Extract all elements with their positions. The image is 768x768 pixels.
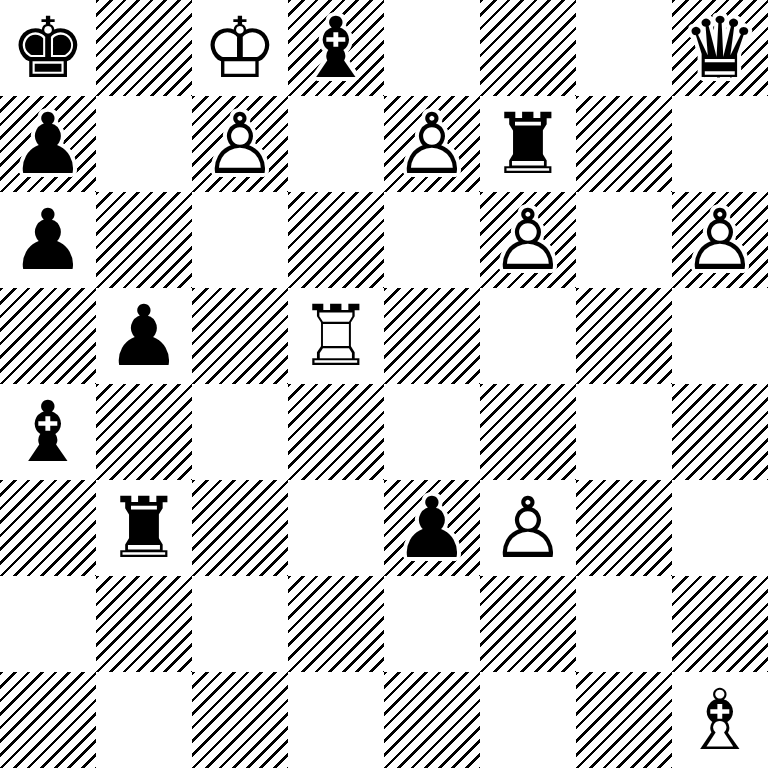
square-f2[interactable] bbox=[480, 576, 576, 672]
square-d5[interactable]: ♜♖ bbox=[288, 288, 384, 384]
piece-white-bishop[interactable]: ♝♗ bbox=[672, 672, 768, 768]
square-d2[interactable] bbox=[288, 576, 384, 672]
piece-glyph: ♙ bbox=[192, 96, 288, 192]
square-b5[interactable]: ♟♟ bbox=[96, 288, 192, 384]
piece-black-pawn[interactable]: ♟♟ bbox=[0, 96, 96, 192]
square-c8[interactable]: ♚♔ bbox=[192, 0, 288, 96]
square-e7[interactable]: ♟♙ bbox=[384, 96, 480, 192]
chess-board: ♚♚♚♔♝♝♛♛♟♟♟♙♟♙♜♜♟♟♟♙♟♙♟♟♜♖♝♝♜♜♟♟♟♙♝♗ bbox=[0, 0, 768, 768]
square-c2[interactable] bbox=[192, 576, 288, 672]
piece-glyph: ♟ bbox=[0, 96, 96, 192]
square-f8[interactable] bbox=[480, 0, 576, 96]
square-f1[interactable] bbox=[480, 672, 576, 768]
piece-white-pawn[interactable]: ♟♙ bbox=[480, 192, 576, 288]
piece-glyph: ♖ bbox=[288, 288, 384, 384]
piece-black-rook[interactable]: ♜♜ bbox=[96, 480, 192, 576]
square-a6[interactable]: ♟♟ bbox=[0, 192, 96, 288]
square-e4[interactable] bbox=[384, 384, 480, 480]
piece-glyph: ♚ bbox=[0, 0, 96, 96]
square-g8[interactable] bbox=[576, 0, 672, 96]
square-f5[interactable] bbox=[480, 288, 576, 384]
square-a5[interactable] bbox=[0, 288, 96, 384]
piece-black-rook[interactable]: ♜♜ bbox=[480, 96, 576, 192]
square-g3[interactable] bbox=[576, 480, 672, 576]
piece-glyph: ♙ bbox=[672, 192, 768, 288]
piece-glyph: ♔ bbox=[192, 0, 288, 96]
square-c1[interactable] bbox=[192, 672, 288, 768]
square-h5[interactable] bbox=[672, 288, 768, 384]
piece-black-pawn[interactable]: ♟♟ bbox=[384, 480, 480, 576]
square-g6[interactable] bbox=[576, 192, 672, 288]
piece-glyph: ♟ bbox=[384, 480, 480, 576]
square-c4[interactable] bbox=[192, 384, 288, 480]
piece-black-pawn[interactable]: ♟♟ bbox=[96, 288, 192, 384]
square-b7[interactable] bbox=[96, 96, 192, 192]
piece-black-pawn[interactable]: ♟♟ bbox=[0, 192, 96, 288]
piece-white-pawn[interactable]: ♟♙ bbox=[672, 192, 768, 288]
square-e1[interactable] bbox=[384, 672, 480, 768]
piece-black-king[interactable]: ♚♚ bbox=[0, 0, 96, 96]
square-d6[interactable] bbox=[288, 192, 384, 288]
square-c7[interactable]: ♟♙ bbox=[192, 96, 288, 192]
square-a4[interactable]: ♝♝ bbox=[0, 384, 96, 480]
piece-black-bishop[interactable]: ♝♝ bbox=[288, 0, 384, 96]
piece-glyph: ♜ bbox=[96, 480, 192, 576]
square-e6[interactable] bbox=[384, 192, 480, 288]
square-h4[interactable] bbox=[672, 384, 768, 480]
square-b1[interactable] bbox=[96, 672, 192, 768]
square-f3[interactable]: ♟♙ bbox=[480, 480, 576, 576]
square-b8[interactable] bbox=[96, 0, 192, 96]
piece-black-queen[interactable]: ♛♛ bbox=[672, 0, 768, 96]
square-f4[interactable] bbox=[480, 384, 576, 480]
square-c6[interactable] bbox=[192, 192, 288, 288]
square-a8[interactable]: ♚♚ bbox=[0, 0, 96, 96]
square-a2[interactable] bbox=[0, 576, 96, 672]
square-a1[interactable] bbox=[0, 672, 96, 768]
square-e3[interactable]: ♟♟ bbox=[384, 480, 480, 576]
square-g1[interactable] bbox=[576, 672, 672, 768]
piece-white-pawn[interactable]: ♟♙ bbox=[384, 96, 480, 192]
square-g5[interactable] bbox=[576, 288, 672, 384]
piece-glyph: ♝ bbox=[0, 384, 96, 480]
piece-white-rook[interactable]: ♜♖ bbox=[288, 288, 384, 384]
square-e8[interactable] bbox=[384, 0, 480, 96]
square-h2[interactable] bbox=[672, 576, 768, 672]
square-d1[interactable] bbox=[288, 672, 384, 768]
piece-glyph: ♙ bbox=[480, 480, 576, 576]
piece-glyph: ♛ bbox=[672, 0, 768, 96]
piece-glyph: ♟ bbox=[96, 288, 192, 384]
square-g7[interactable] bbox=[576, 96, 672, 192]
square-b3[interactable]: ♜♜ bbox=[96, 480, 192, 576]
piece-white-pawn[interactable]: ♟♙ bbox=[192, 96, 288, 192]
piece-glyph: ♙ bbox=[384, 96, 480, 192]
square-g2[interactable] bbox=[576, 576, 672, 672]
square-d7[interactable] bbox=[288, 96, 384, 192]
piece-white-pawn[interactable]: ♟♙ bbox=[480, 480, 576, 576]
square-c3[interactable] bbox=[192, 480, 288, 576]
square-h7[interactable] bbox=[672, 96, 768, 192]
square-h1[interactable]: ♝♗ bbox=[672, 672, 768, 768]
square-a3[interactable] bbox=[0, 480, 96, 576]
square-b4[interactable] bbox=[96, 384, 192, 480]
piece-white-king[interactable]: ♚♔ bbox=[192, 0, 288, 96]
square-h8[interactable]: ♛♛ bbox=[672, 0, 768, 96]
piece-black-bishop[interactable]: ♝♝ bbox=[0, 384, 96, 480]
square-h3[interactable] bbox=[672, 480, 768, 576]
square-g4[interactable] bbox=[576, 384, 672, 480]
piece-glyph: ♟ bbox=[0, 192, 96, 288]
square-b2[interactable] bbox=[96, 576, 192, 672]
piece-glyph: ♙ bbox=[480, 192, 576, 288]
square-d4[interactable] bbox=[288, 384, 384, 480]
square-c5[interactable] bbox=[192, 288, 288, 384]
square-e5[interactable] bbox=[384, 288, 480, 384]
piece-glyph: ♜ bbox=[480, 96, 576, 192]
square-e2[interactable] bbox=[384, 576, 480, 672]
piece-glyph: ♗ bbox=[672, 672, 768, 768]
square-a7[interactable]: ♟♟ bbox=[0, 96, 96, 192]
square-f6[interactable]: ♟♙ bbox=[480, 192, 576, 288]
square-d8[interactable]: ♝♝ bbox=[288, 0, 384, 96]
square-f7[interactable]: ♜♜ bbox=[480, 96, 576, 192]
square-d3[interactable] bbox=[288, 480, 384, 576]
square-h6[interactable]: ♟♙ bbox=[672, 192, 768, 288]
square-b6[interactable] bbox=[96, 192, 192, 288]
piece-glyph: ♝ bbox=[288, 0, 384, 96]
